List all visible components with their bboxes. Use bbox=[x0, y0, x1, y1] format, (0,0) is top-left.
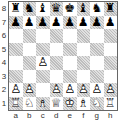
square-e3[interactable] bbox=[63, 70, 77, 84]
rank-label-6: 6 bbox=[0, 29, 8, 43]
square-c3[interactable] bbox=[36, 70, 50, 84]
square-d1[interactable]: ♛♕ bbox=[50, 97, 64, 111]
rank-label-1: 1 bbox=[0, 97, 8, 111]
square-a6[interactable] bbox=[9, 29, 23, 43]
white-king-e1: ♚♔ bbox=[63, 97, 77, 111]
square-c5[interactable] bbox=[36, 43, 50, 57]
corner-spacer bbox=[0, 111, 8, 120]
white-pawn-f2: ♟♙ bbox=[77, 83, 91, 97]
chess-diagram: 87654321 ♜♞♝♛♚♝♞♜♟♟♟♟♟♟♟♟♟♙♟♙♟♙♟♙♟♙♟♙♟♙♟… bbox=[0, 0, 120, 120]
white-pawn-g2: ♟♙ bbox=[90, 83, 104, 97]
square-d6[interactable] bbox=[50, 29, 64, 43]
file-label-f: f bbox=[77, 111, 91, 120]
white-pawn-h2: ♟♙ bbox=[104, 83, 118, 97]
rank-label-4: 4 bbox=[0, 56, 8, 70]
square-h4[interactable] bbox=[104, 56, 118, 70]
square-g4[interactable] bbox=[90, 56, 104, 70]
square-c7[interactable]: ♟ bbox=[36, 16, 50, 30]
white-pawn-a2: ♟♙ bbox=[9, 83, 23, 97]
square-h5[interactable] bbox=[104, 43, 118, 57]
square-f3[interactable] bbox=[77, 70, 91, 84]
rank-label-2: 2 bbox=[0, 83, 8, 97]
square-d2[interactable]: ♟♙ bbox=[50, 83, 64, 97]
black-bishop-f8: ♝ bbox=[77, 2, 91, 16]
square-h1[interactable]: ♜♖ bbox=[104, 97, 118, 111]
square-e5[interactable] bbox=[63, 43, 77, 57]
black-pawn-b7: ♟ bbox=[23, 16, 37, 30]
file-label-e: e bbox=[63, 111, 77, 120]
black-pawn-d7: ♟ bbox=[50, 16, 64, 30]
square-g1[interactable]: ♞♘ bbox=[90, 97, 104, 111]
square-c8[interactable]: ♝ bbox=[36, 2, 50, 16]
square-c1[interactable]: ♝♗ bbox=[36, 97, 50, 111]
square-a5[interactable] bbox=[9, 43, 23, 57]
square-f8[interactable]: ♝ bbox=[77, 2, 91, 16]
white-bishop-f1: ♝♗ bbox=[77, 97, 91, 111]
white-bishop-c1: ♝♗ bbox=[36, 97, 50, 111]
file-label-a: a bbox=[9, 111, 23, 120]
square-e6[interactable] bbox=[63, 29, 77, 43]
square-b8[interactable]: ♞ bbox=[23, 2, 37, 16]
white-knight-b1: ♞♘ bbox=[23, 97, 37, 111]
square-e1[interactable]: ♚♔ bbox=[63, 97, 77, 111]
square-b6[interactable] bbox=[23, 29, 37, 43]
square-c2[interactable] bbox=[36, 83, 50, 97]
rank-label-5: 5 bbox=[0, 43, 8, 57]
white-pawn-e2: ♟♙ bbox=[63, 83, 77, 97]
square-h6[interactable] bbox=[104, 29, 118, 43]
file-label-g: g bbox=[90, 111, 104, 120]
square-a7[interactable]: ♟ bbox=[9, 16, 23, 30]
square-h7[interactable]: ♟ bbox=[104, 16, 118, 30]
square-c6[interactable] bbox=[36, 29, 50, 43]
square-g5[interactable] bbox=[90, 43, 104, 57]
file-labels: abcdefgh bbox=[9, 111, 120, 120]
square-e8[interactable]: ♚ bbox=[63, 2, 77, 16]
square-b1[interactable]: ♞♘ bbox=[23, 97, 37, 111]
black-pawn-h7: ♟ bbox=[104, 16, 118, 30]
square-b3[interactable] bbox=[23, 70, 37, 84]
black-rook-a8: ♜ bbox=[9, 2, 23, 16]
square-h8[interactable]: ♜ bbox=[104, 2, 118, 16]
square-d5[interactable] bbox=[50, 43, 64, 57]
square-g7[interactable]: ♟ bbox=[90, 16, 104, 30]
white-queen-d1: ♛♕ bbox=[50, 97, 64, 111]
white-rook-h1: ♜♖ bbox=[104, 97, 118, 111]
black-pawn-f7: ♟ bbox=[77, 16, 91, 30]
square-e7[interactable]: ♟ bbox=[63, 16, 77, 30]
file-label-h: h bbox=[104, 111, 118, 120]
square-e4[interactable] bbox=[63, 56, 77, 70]
square-a8[interactable]: ♜ bbox=[9, 2, 23, 16]
square-d3[interactable] bbox=[50, 70, 64, 84]
black-pawn-g7: ♟ bbox=[90, 16, 104, 30]
black-bishop-c8: ♝ bbox=[36, 2, 50, 16]
square-g8[interactable]: ♞ bbox=[90, 2, 104, 16]
board: ♜♞♝♛♚♝♞♜♟♟♟♟♟♟♟♟♟♙♟♙♟♙♟♙♟♙♟♙♟♙♟♙♜♖♞♘♝♗♛♕… bbox=[8, 1, 118, 111]
black-knight-b8: ♞ bbox=[23, 2, 37, 16]
square-b2[interactable]: ♟♙ bbox=[23, 83, 37, 97]
square-b4[interactable] bbox=[23, 56, 37, 70]
square-d8[interactable]: ♛ bbox=[50, 2, 64, 16]
square-f5[interactable] bbox=[77, 43, 91, 57]
black-king-e8: ♚ bbox=[63, 2, 77, 16]
square-f6[interactable] bbox=[77, 29, 91, 43]
square-c4[interactable]: ♟♙ bbox=[36, 56, 50, 70]
black-knight-g8: ♞ bbox=[90, 2, 104, 16]
rank-label-7: 7 bbox=[0, 16, 8, 30]
square-b7[interactable]: ♟ bbox=[23, 16, 37, 30]
square-d4[interactable] bbox=[50, 56, 64, 70]
square-h2[interactable]: ♟♙ bbox=[104, 83, 118, 97]
file-label-d: d bbox=[50, 111, 64, 120]
square-a2[interactable]: ♟♙ bbox=[9, 83, 23, 97]
square-d7[interactable]: ♟ bbox=[50, 16, 64, 30]
black-queen-d8: ♛ bbox=[50, 2, 64, 16]
white-pawn-b2: ♟♙ bbox=[23, 83, 37, 97]
diagram-layout: 87654321 ♜♞♝♛♚♝♞♜♟♟♟♟♟♟♟♟♟♙♟♙♟♙♟♙♟♙♟♙♟♙♟… bbox=[0, 1, 120, 120]
file-label-b: b bbox=[23, 111, 37, 120]
white-pawn-c4: ♟♙ bbox=[36, 56, 50, 70]
black-pawn-c7: ♟ bbox=[36, 16, 50, 30]
rank-label-3: 3 bbox=[0, 70, 8, 84]
rank-labels: 87654321 bbox=[0, 2, 8, 111]
square-a4[interactable] bbox=[9, 56, 23, 70]
square-a1[interactable]: ♜♖ bbox=[9, 97, 23, 111]
square-b5[interactable] bbox=[23, 43, 37, 57]
square-h3[interactable] bbox=[104, 70, 118, 84]
white-pawn-d2: ♟♙ bbox=[50, 83, 64, 97]
black-pawn-e7: ♟ bbox=[63, 16, 77, 30]
square-g6[interactable] bbox=[90, 29, 104, 43]
square-a3[interactable] bbox=[9, 70, 23, 84]
square-g3[interactable] bbox=[90, 70, 104, 84]
black-rook-h8: ♜ bbox=[104, 2, 118, 16]
square-e2[interactable]: ♟♙ bbox=[63, 83, 77, 97]
file-label-c: c bbox=[36, 111, 50, 120]
square-f4[interactable] bbox=[77, 56, 91, 70]
square-f7[interactable]: ♟ bbox=[77, 16, 91, 30]
square-f1[interactable]: ♝♗ bbox=[77, 97, 91, 111]
white-rook-a1: ♜♖ bbox=[9, 97, 23, 111]
white-knight-g1: ♞♘ bbox=[90, 97, 104, 111]
square-g2[interactable]: ♟♙ bbox=[90, 83, 104, 97]
black-pawn-a7: ♟ bbox=[9, 16, 23, 30]
square-f2[interactable]: ♟♙ bbox=[77, 83, 91, 97]
rank-label-8: 8 bbox=[0, 2, 8, 16]
